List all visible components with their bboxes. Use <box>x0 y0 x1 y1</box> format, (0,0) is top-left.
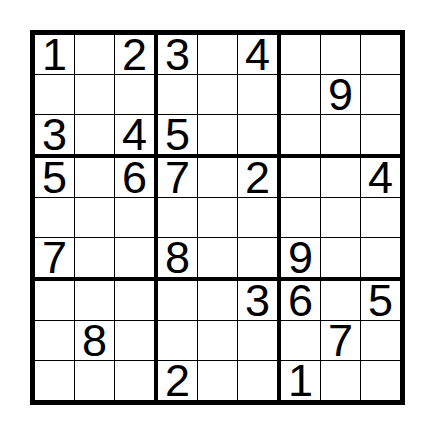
cell-r9c1[interactable] <box>35 361 75 400</box>
cell-r4c5[interactable] <box>198 158 238 198</box>
cell-r5c3[interactable] <box>115 198 158 238</box>
cell-r2c7[interactable] <box>281 75 321 115</box>
cell-r4c6[interactable]: 2 <box>238 158 281 198</box>
cell-r3c5[interactable] <box>198 115 238 158</box>
board-row-6: 789 <box>35 238 400 281</box>
cell-r9c8[interactable] <box>321 361 361 400</box>
cell-r9c5[interactable] <box>198 361 238 400</box>
board-row-9: 21 <box>35 361 400 400</box>
cell-r7c9[interactable]: 5 <box>361 281 400 321</box>
cell-r8c5[interactable] <box>198 321 238 361</box>
cell-r9c7[interactable]: 1 <box>281 361 321 400</box>
cell-r5c5[interactable] <box>198 198 238 238</box>
cell-r2c6[interactable] <box>238 75 281 115</box>
cell-r5c6[interactable] <box>238 198 281 238</box>
cell-r2c2[interactable] <box>75 75 115 115</box>
cell-r2c9[interactable] <box>361 75 400 115</box>
cell-r9c3[interactable] <box>115 361 158 400</box>
cell-r4c3[interactable]: 6 <box>115 158 158 198</box>
cell-r6c5[interactable] <box>198 238 238 281</box>
cell-r1c6[interactable]: 4 <box>238 35 281 75</box>
cell-r3c7[interactable] <box>281 115 321 158</box>
cell-r5c2[interactable] <box>75 198 115 238</box>
board-row-5 <box>35 198 400 238</box>
cell-r8c9[interactable] <box>361 321 400 361</box>
cell-r6c4[interactable]: 8 <box>158 238 198 281</box>
board-row-4: 56724 <box>35 158 400 198</box>
cell-r2c5[interactable] <box>198 75 238 115</box>
cell-r3c2[interactable] <box>75 115 115 158</box>
cell-r7c1[interactable] <box>35 281 75 321</box>
board-row-8: 87 <box>35 321 400 361</box>
cell-r8c2[interactable]: 8 <box>75 321 115 361</box>
cell-r6c1[interactable]: 7 <box>35 238 75 281</box>
cell-r4c8[interactable] <box>321 158 361 198</box>
cell-r4c7[interactable] <box>281 158 321 198</box>
board-row-3: 345 <box>35 115 400 158</box>
cell-r7c5[interactable] <box>198 281 238 321</box>
cell-r6c8[interactable] <box>321 238 361 281</box>
cell-r7c3[interactable] <box>115 281 158 321</box>
cell-r1c7[interactable] <box>281 35 321 75</box>
cell-r5c9[interactable] <box>361 198 400 238</box>
cell-r1c3[interactable]: 2 <box>115 35 158 75</box>
cell-r4c4[interactable]: 7 <box>158 158 198 198</box>
cell-r7c7[interactable]: 6 <box>281 281 321 321</box>
cell-r8c8[interactable]: 7 <box>321 321 361 361</box>
cell-r6c3[interactable] <box>115 238 158 281</box>
cell-r9c6[interactable] <box>238 361 281 400</box>
cell-r4c1[interactable]: 5 <box>35 158 75 198</box>
cell-r4c2[interactable] <box>75 158 115 198</box>
cell-r8c3[interactable] <box>115 321 158 361</box>
sudoku-board: 12349345567247893658721 <box>30 30 405 405</box>
cell-r9c4[interactable]: 2 <box>158 361 198 400</box>
cell-r9c2[interactable] <box>75 361 115 400</box>
cell-r8c1[interactable] <box>35 321 75 361</box>
board-row-2: 9 <box>35 75 400 115</box>
cell-r3c8[interactable] <box>321 115 361 158</box>
cell-r5c8[interactable] <box>321 198 361 238</box>
cell-r7c4[interactable] <box>158 281 198 321</box>
cell-r7c6[interactable]: 3 <box>238 281 281 321</box>
cell-r1c9[interactable] <box>361 35 400 75</box>
cell-r1c4[interactable]: 3 <box>158 35 198 75</box>
cell-r1c1[interactable]: 1 <box>35 35 75 75</box>
cell-r9c9[interactable] <box>361 361 400 400</box>
cell-r6c2[interactable] <box>75 238 115 281</box>
cell-r1c5[interactable] <box>198 35 238 75</box>
cell-r4c9[interactable]: 4 <box>361 158 400 198</box>
cell-r1c2[interactable] <box>75 35 115 75</box>
cell-r2c8[interactable]: 9 <box>321 75 361 115</box>
cell-r8c6[interactable] <box>238 321 281 361</box>
